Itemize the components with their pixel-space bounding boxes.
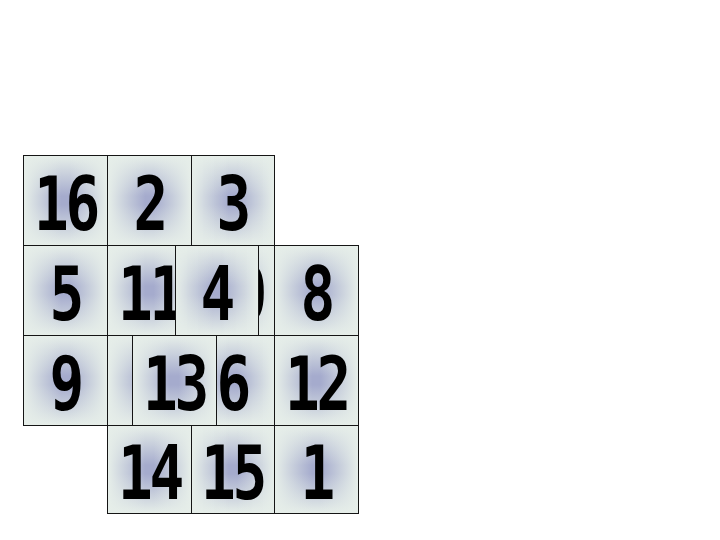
tile-number: 16: [34, 167, 97, 241]
tile-number: 4: [201, 257, 233, 331]
tile-number: 12: [285, 347, 348, 421]
tile-9[interactable]: 9: [23, 335, 108, 426]
tile-13-sliding[interactable]: 13: [132, 335, 217, 426]
slide: 16235111089761214151413: [0, 0, 720, 540]
tile-2[interactable]: 2: [107, 155, 192, 246]
tile-15[interactable]: 15: [191, 425, 276, 514]
tile-number: 3: [217, 167, 249, 241]
tile-8[interactable]: 8: [274, 245, 359, 336]
tile-16[interactable]: 16: [23, 155, 108, 246]
magic-square-board: 16235111089761214151413: [0, 0, 720, 540]
tile-number: 8: [300, 257, 332, 331]
tile-number: 15: [201, 436, 264, 510]
tile-number: 11: [118, 257, 181, 331]
tile-number: 5: [50, 257, 82, 331]
tile-number: 1: [300, 436, 332, 510]
tile-1[interactable]: 1: [274, 425, 359, 514]
tile-3[interactable]: 3: [191, 155, 276, 246]
tile-number: 6: [217, 347, 249, 421]
tile-4-sliding[interactable]: 4: [175, 245, 260, 336]
tile-5[interactable]: 5: [23, 245, 108, 336]
tile-number: 13: [143, 347, 206, 421]
tile-14[interactable]: 14: [107, 425, 192, 514]
tile-number: 9: [50, 347, 82, 421]
tile-12[interactable]: 12: [274, 335, 359, 426]
tile-number: 14: [118, 436, 181, 510]
tile-number: 2: [133, 167, 165, 241]
